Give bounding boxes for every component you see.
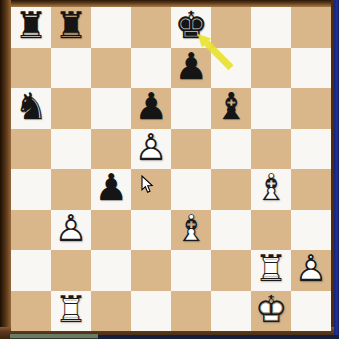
square-g5[interactable] (251, 129, 291, 170)
square-e3[interactable]: ♝♗ (171, 210, 211, 251)
square-f3[interactable] (211, 210, 251, 251)
square-g1[interactable]: ♚♔ (251, 291, 291, 332)
square-e5[interactable] (171, 129, 211, 170)
white-pawn[interactable]: ♟♙ (131, 129, 171, 170)
square-g7[interactable] (251, 48, 291, 89)
square-c2[interactable] (91, 250, 131, 291)
square-f2[interactable] (211, 250, 251, 291)
square-b7[interactable] (51, 48, 91, 89)
window-bottom-left-edge (10, 334, 98, 339)
white-rook[interactable]: ♜♖ (251, 250, 291, 291)
black-king[interactable]: ♚ (171, 7, 211, 48)
square-d7[interactable] (131, 48, 171, 89)
square-h2[interactable]: ♟♙ (291, 250, 331, 291)
square-a6[interactable]: ♞ (11, 88, 51, 129)
square-h6[interactable] (291, 88, 331, 129)
square-b2[interactable] (51, 250, 91, 291)
square-a2[interactable] (11, 250, 51, 291)
board-frame-top (0, 0, 334, 7)
square-d4[interactable] (131, 169, 171, 210)
square-f4[interactable] (211, 169, 251, 210)
square-a7[interactable] (11, 48, 51, 89)
white-bishop[interactable]: ♝♗ (251, 169, 291, 210)
square-d8[interactable] (131, 7, 171, 48)
square-g6[interactable] (251, 88, 291, 129)
square-d6[interactable]: ♟ (131, 88, 171, 129)
square-g2[interactable]: ♜♖ (251, 250, 291, 291)
square-e4[interactable] (171, 169, 211, 210)
square-h4[interactable] (291, 169, 331, 210)
square-b3[interactable]: ♟♙ (51, 210, 91, 251)
square-b8[interactable]: ♜ (51, 7, 91, 48)
black-pawn[interactable]: ♟ (131, 88, 171, 129)
square-b5[interactable] (51, 129, 91, 170)
white-bishop[interactable]: ♝♗ (171, 210, 211, 251)
square-h1[interactable] (291, 291, 331, 332)
square-h7[interactable] (291, 48, 331, 89)
black-rook[interactable]: ♜ (11, 7, 51, 48)
square-a5[interactable] (11, 129, 51, 170)
square-b6[interactable] (51, 88, 91, 129)
window-right-edge (334, 0, 339, 339)
white-rook[interactable]: ♜♖ (51, 291, 91, 332)
square-d2[interactable] (131, 250, 171, 291)
square-d1[interactable] (131, 291, 171, 332)
square-c5[interactable] (91, 129, 131, 170)
square-g8[interactable] (251, 7, 291, 48)
square-a8[interactable]: ♜ (11, 7, 51, 48)
square-e2[interactable] (171, 250, 211, 291)
square-g3[interactable] (251, 210, 291, 251)
square-c7[interactable] (91, 48, 131, 89)
square-d5[interactable]: ♟♙ (131, 129, 171, 170)
square-a4[interactable] (11, 169, 51, 210)
square-c4[interactable]: ♟ (91, 169, 131, 210)
black-bishop[interactable]: ♝ (211, 88, 251, 129)
square-e8[interactable]: ♚ (171, 7, 211, 48)
white-king[interactable]: ♚♔ (251, 291, 291, 332)
square-e1[interactable] (171, 291, 211, 332)
square-e6[interactable] (171, 88, 211, 129)
white-pawn[interactable]: ♟♙ (51, 210, 91, 251)
square-a3[interactable] (11, 210, 51, 251)
chess-board: ♜♜♚♟♞♟♝♟♙♟♝♗♟♙♝♗♜♖♟♙♜♖♚♔ (11, 7, 331, 331)
chess-app-window: ♜♜♚♟♞♟♝♟♙♟♝♗♟♙♝♗♜♖♟♙♜♖♚♔ (0, 0, 339, 339)
square-a1[interactable] (11, 291, 51, 332)
square-f6[interactable]: ♝ (211, 88, 251, 129)
square-e7[interactable]: ♟ (171, 48, 211, 89)
square-c8[interactable] (91, 7, 131, 48)
window-bottom-right-edge (98, 335, 339, 339)
square-h3[interactable] (291, 210, 331, 251)
square-f1[interactable] (211, 291, 251, 332)
square-f5[interactable] (211, 129, 251, 170)
square-c6[interactable] (91, 88, 131, 129)
square-g4[interactable]: ♝♗ (251, 169, 291, 210)
square-b1[interactable]: ♜♖ (51, 291, 91, 332)
white-pawn[interactable]: ♟♙ (291, 250, 331, 291)
black-knight[interactable]: ♞ (11, 88, 51, 129)
square-c3[interactable] (91, 210, 131, 251)
black-pawn[interactable]: ♟ (171, 48, 211, 89)
square-h5[interactable] (291, 129, 331, 170)
square-d3[interactable] (131, 210, 171, 251)
square-h8[interactable] (291, 7, 331, 48)
square-b4[interactable] (51, 169, 91, 210)
black-pawn[interactable]: ♟ (91, 169, 131, 210)
square-f8[interactable] (211, 7, 251, 48)
board-frame-left (0, 0, 11, 339)
black-rook[interactable]: ♜ (51, 7, 91, 48)
square-f7[interactable] (211, 48, 251, 89)
square-c1[interactable] (91, 291, 131, 332)
